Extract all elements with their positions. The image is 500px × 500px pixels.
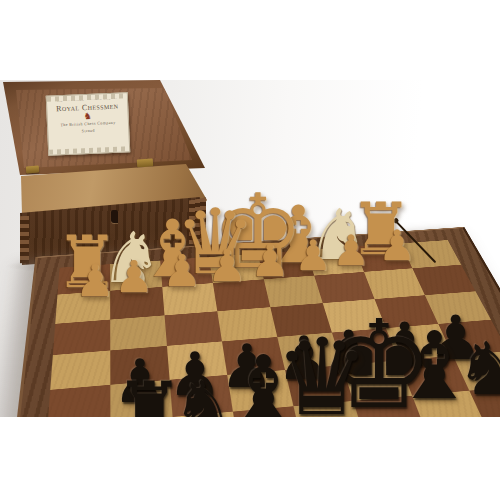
white-pawn-a[interactable]: ♟ xyxy=(73,259,117,303)
white-pawn-d[interactable]: ♟ xyxy=(205,244,249,288)
dovetail-joint-left xyxy=(20,216,29,264)
square-a5[interactable] xyxy=(50,351,110,390)
square-a6[interactable] xyxy=(53,319,110,355)
auction-photo-canvas: REGISTERED TRADE MARK Royal Chessmen ♞ T… xyxy=(0,0,500,500)
brass-hinge-right xyxy=(137,158,154,167)
white-pawn-e[interactable]: ♟ xyxy=(248,239,292,283)
black-rook-a[interactable]: ♜ xyxy=(110,372,189,417)
white-pawn-h[interactable]: ♟ xyxy=(376,225,418,267)
white-pawn-g[interactable]: ♟ xyxy=(330,230,372,272)
square-a4[interactable] xyxy=(47,385,110,417)
square-h7[interactable] xyxy=(413,265,476,295)
box-label: REGISTERED TRADE MARK Royal Chessmen ♞ T… xyxy=(46,92,131,156)
white-pawn-b[interactable]: ♟ xyxy=(112,255,156,299)
white-pawn-c[interactable]: ♟ xyxy=(160,249,204,293)
photograph: REGISTERED TRADE MARK Royal Chessmen ♞ T… xyxy=(0,80,500,417)
brass-hinge-left xyxy=(26,166,39,174)
white-pawn-f[interactable]: ♟ xyxy=(292,235,334,277)
